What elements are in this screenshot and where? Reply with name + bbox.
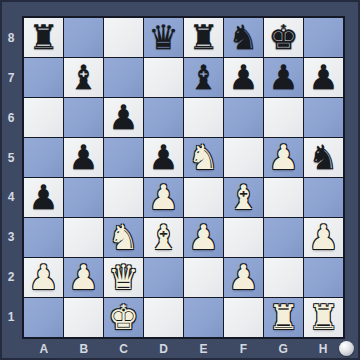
square-f7[interactable]: ♟ — [224, 58, 263, 97]
rank-label-2: 2 — [0, 257, 22, 297]
square-g5[interactable]: ♟ — [264, 138, 303, 177]
white-pawn[interactable]: ♟ — [228, 258, 258, 297]
file-label-e: E — [184, 340, 224, 358]
square-f4[interactable]: ♝ — [224, 178, 263, 217]
black-rook[interactable]: ♜ — [188, 18, 218, 57]
file-label-d: D — [144, 340, 184, 358]
chess-board: ♜♛♜♞♚♝♝♟♟♟♟♟♟♞♟♞♟♟♝♞♝♟♟♟♟♛♟♚♜♜ — [22, 16, 345, 339]
black-pawn[interactable]: ♟ — [308, 58, 338, 97]
square-a1[interactable] — [24, 298, 63, 337]
square-b4[interactable] — [64, 178, 103, 217]
black-pawn[interactable]: ♟ — [108, 98, 138, 137]
white-pawn[interactable]: ♟ — [28, 258, 58, 297]
black-king[interactable]: ♚ — [268, 18, 298, 57]
square-d3[interactable]: ♝ — [144, 218, 183, 257]
file-label-f: F — [223, 340, 263, 358]
square-b7[interactable]: ♝ — [64, 58, 103, 97]
square-b6[interactable] — [64, 98, 103, 137]
square-g2[interactable] — [264, 258, 303, 297]
square-f5[interactable] — [224, 138, 263, 177]
black-bishop[interactable]: ♝ — [188, 58, 218, 97]
square-g6[interactable] — [264, 98, 303, 137]
square-f8[interactable]: ♞ — [224, 18, 263, 57]
square-a4[interactable]: ♟ — [24, 178, 63, 217]
square-a2[interactable]: ♟ — [24, 258, 63, 297]
square-h5[interactable]: ♞ — [304, 138, 343, 177]
white-rook[interactable]: ♜ — [308, 298, 338, 337]
square-f1[interactable] — [224, 298, 263, 337]
square-h1[interactable]: ♜ — [304, 298, 343, 337]
square-c6[interactable]: ♟ — [104, 98, 143, 137]
square-c8[interactable] — [104, 18, 143, 57]
file-labels: ABCDEFGH — [24, 340, 343, 358]
square-e2[interactable] — [184, 258, 223, 297]
file-label-b: B — [64, 340, 104, 358]
square-f3[interactable] — [224, 218, 263, 257]
square-d7[interactable] — [144, 58, 183, 97]
black-knight[interactable]: ♞ — [308, 138, 338, 177]
rank-label-3: 3 — [0, 217, 22, 257]
white-queen[interactable]: ♛ — [108, 258, 138, 297]
square-b8[interactable] — [64, 18, 103, 57]
file-label-g: G — [263, 340, 303, 358]
square-a3[interactable] — [24, 218, 63, 257]
square-h2[interactable] — [304, 258, 343, 297]
white-to-move-indicator — [339, 341, 354, 356]
square-e8[interactable]: ♜ — [184, 18, 223, 57]
white-pawn[interactable]: ♟ — [268, 138, 298, 177]
square-d4[interactable]: ♟ — [144, 178, 183, 217]
file-label-c: C — [104, 340, 144, 358]
square-c3[interactable]: ♞ — [104, 218, 143, 257]
square-g4[interactable] — [264, 178, 303, 217]
square-h6[interactable] — [304, 98, 343, 137]
white-bishop[interactable]: ♝ — [148, 218, 178, 257]
square-b1[interactable] — [64, 298, 103, 337]
rank-labels: 87654321 — [0, 18, 22, 337]
square-c1[interactable]: ♚ — [104, 298, 143, 337]
square-e1[interactable] — [184, 298, 223, 337]
square-c2[interactable]: ♛ — [104, 258, 143, 297]
square-g8[interactable]: ♚ — [264, 18, 303, 57]
black-pawn[interactable]: ♟ — [68, 138, 98, 177]
square-b5[interactable]: ♟ — [64, 138, 103, 177]
square-h4[interactable] — [304, 178, 343, 217]
square-a7[interactable] — [24, 58, 63, 97]
square-h7[interactable]: ♟ — [304, 58, 343, 97]
black-rook[interactable]: ♜ — [28, 18, 58, 57]
square-h8[interactable] — [304, 18, 343, 57]
rank-label-7: 7 — [0, 58, 22, 98]
rank-label-4: 4 — [0, 178, 22, 218]
white-pawn[interactable]: ♟ — [68, 258, 98, 297]
square-h3[interactable]: ♟ — [304, 218, 343, 257]
white-rook[interactable]: ♜ — [268, 298, 298, 337]
white-king[interactable]: ♚ — [108, 298, 138, 337]
square-f6[interactable] — [224, 98, 263, 137]
square-a8[interactable]: ♜ — [24, 18, 63, 57]
white-pawn[interactable]: ♟ — [188, 218, 218, 257]
chess-board-frame: 87654321 ♜♛♜♞♚♝♝♟♟♟♟♟♟♞♟♞♟♟♝♞♝♟♟♟♟♛♟♚♜♜ … — [0, 0, 360, 360]
square-e3[interactable]: ♟ — [184, 218, 223, 257]
square-f2[interactable]: ♟ — [224, 258, 263, 297]
white-knight[interactable]: ♞ — [188, 138, 218, 177]
black-pawn[interactable]: ♟ — [148, 138, 178, 177]
white-bishop[interactable]: ♝ — [228, 178, 258, 217]
square-d2[interactable] — [144, 258, 183, 297]
square-d5[interactable]: ♟ — [144, 138, 183, 177]
black-pawn[interactable]: ♟ — [268, 58, 298, 97]
square-g1[interactable]: ♜ — [264, 298, 303, 337]
file-label-h: H — [303, 340, 343, 358]
square-b2[interactable]: ♟ — [64, 258, 103, 297]
square-e5[interactable]: ♞ — [184, 138, 223, 177]
square-e6[interactable] — [184, 98, 223, 137]
square-c7[interactable] — [104, 58, 143, 97]
white-knight[interactable]: ♞ — [108, 218, 138, 257]
file-label-a: A — [24, 340, 64, 358]
square-b3[interactable] — [64, 218, 103, 257]
square-a5[interactable] — [24, 138, 63, 177]
square-g3[interactable] — [264, 218, 303, 257]
rank-label-5: 5 — [0, 138, 22, 178]
black-knight[interactable]: ♞ — [228, 18, 258, 57]
square-d6[interactable] — [144, 98, 183, 137]
rank-label-6: 6 — [0, 98, 22, 138]
square-e7[interactable]: ♝ — [184, 58, 223, 97]
black-bishop[interactable]: ♝ — [68, 58, 98, 97]
square-d1[interactable] — [144, 298, 183, 337]
rank-label-1: 1 — [0, 297, 22, 337]
square-g7[interactable]: ♟ — [264, 58, 303, 97]
rank-label-8: 8 — [0, 18, 22, 58]
square-e4[interactable] — [184, 178, 223, 217]
white-pawn[interactable]: ♟ — [148, 178, 178, 217]
square-a6[interactable] — [24, 98, 63, 137]
black-pawn[interactable]: ♟ — [28, 178, 58, 217]
black-queen[interactable]: ♛ — [148, 18, 178, 57]
white-pawn[interactable]: ♟ — [308, 218, 338, 257]
square-d8[interactable]: ♛ — [144, 18, 183, 57]
black-pawn[interactable]: ♟ — [228, 58, 258, 97]
square-c5[interactable] — [104, 138, 143, 177]
square-c4[interactable] — [104, 178, 143, 217]
